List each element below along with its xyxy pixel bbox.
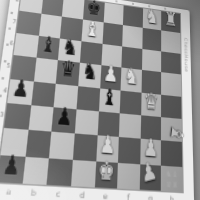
piece-black-queen[interactable]: ♛ [59,58,77,82]
square-a7[interactable] [16,11,40,35]
rank-label-3: 3 [0,111,6,118]
square-h3[interactable]: ♝ [161,117,181,142]
piece-black-pawn[interactable]: ♟ [1,152,22,180]
piece-white-rook[interactable]: ♜ [164,9,177,30]
square-c1[interactable] [47,158,73,186]
square-e1[interactable]: ♚ [94,161,118,189]
piece-white-king[interactable]: ♚ [98,158,115,184]
square-a4[interactable]: ♟ [7,78,33,105]
square-d1[interactable] [71,159,96,187]
square-f3[interactable] [119,113,141,139]
square-e7[interactable] [102,23,123,46]
square-d7[interactable]: ♝ [81,20,103,44]
square-h6[interactable] [161,51,180,74]
file-label-g: g [139,191,161,200]
file-label-f: f [117,190,140,200]
piece-white-knight[interactable]: ♞ [145,7,159,28]
piece-black-pawn[interactable]: ♟ [55,105,73,130]
file-label-a: a [0,184,22,198]
piece-black-pawn[interactable]: ♟ [11,76,31,101]
file-label-e: e [94,189,118,200]
piece-black-knight[interactable]: ♞ [81,61,98,84]
file-label-c: c [45,186,70,200]
square-b2[interactable] [25,130,51,158]
square-f4[interactable] [120,90,141,115]
square-b4[interactable] [31,81,56,107]
square-d3[interactable] [75,109,99,135]
square-c5[interactable]: ♛ [56,60,80,85]
square-g1[interactable]: ♟ [140,164,162,191]
square-b1[interactable] [22,156,49,185]
square-a3[interactable] [4,103,31,130]
square-e8[interactable] [103,3,124,26]
square-a1[interactable]: ♟ [0,155,25,184]
square-b6[interactable]: ♝ [36,35,60,60]
piece-white-knight[interactable]: ♞ [124,66,139,89]
square-b5[interactable] [34,58,59,83]
square-d5[interactable]: ♞ [78,63,101,88]
square-g6[interactable] [142,49,162,73]
rank-label-8: 8 [13,0,21,3]
square-h4[interactable] [161,94,181,119]
piece-white-bishop[interactable]: ♝ [84,18,100,40]
square-a6[interactable] [14,33,39,58]
square-h1[interactable]: ♞♝♛♜ [161,165,182,192]
square-g8[interactable]: ♞ [142,8,161,30]
file-label-b: b [21,185,47,199]
square-f2[interactable] [118,137,140,164]
square-h5[interactable] [161,72,181,96]
board-perspective-wrap: ♚♞♜♝♝♞♛♞♟♞♟♝♛♟♝♟♟♟♚♟♞♝♛♜ abcdefgh 876543… [0,0,194,200]
piece-black-bishop[interactable]: ♝ [40,33,58,56]
rank-label-6: 6 [7,40,15,47]
square-f1[interactable] [117,162,140,189]
square-f7[interactable] [122,25,142,48]
board-frame: ♚♞♜♝♝♞♛♞♟♞♟♝♛♟♝♟♟♟♚♟♞♝♛♜ abcdefgh 876543… [0,0,194,200]
square-f5[interactable]: ♞ [121,68,142,92]
board-grid: ♚♞♜♝♝♞♛♞♟♞♟♝♛♟♝♟♟♟♚♟♞♝♛♜ [0,0,183,192]
square-e4[interactable]: ♝ [98,88,120,113]
square-g7[interactable] [142,28,161,51]
square-f8[interactable] [123,5,143,28]
rank-label-5: 5 [4,63,12,70]
square-c3[interactable]: ♟ [52,107,77,134]
board-brand-text: ChessHouse [183,38,189,73]
file-label-d: d [70,188,94,200]
piece-black-bishop[interactable]: ♝ [102,86,118,110]
square-h8[interactable]: ♜ [162,11,181,33]
rank-label-7: 7 [10,18,18,25]
piece-white-queen[interactable]: ♛ [144,90,159,113]
square-c2[interactable] [49,132,74,159]
file-label-h: h [161,192,183,200]
rank-label-4: 4 [1,87,9,94]
square-g4[interactable]: ♛ [141,92,162,117]
square-b3[interactable] [28,105,54,132]
boardmaker-logo: ♞♝♛♜ [164,168,181,189]
chessboard-photo: ♚♞♜♝♝♞♛♞♟♞♟♝♛♟♝♟♟♟♚♟♞♝♛♜ abcdefgh 876543… [0,0,200,200]
square-h7[interactable] [162,31,181,54]
square-d4[interactable] [76,86,99,112]
square-d2[interactable] [73,134,97,161]
